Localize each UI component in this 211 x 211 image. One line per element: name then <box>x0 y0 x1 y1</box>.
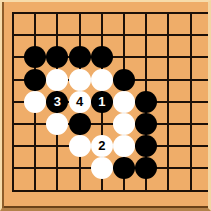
stone-white-c6-r6 <box>113 113 135 135</box>
stone-black-c2-r4 <box>24 69 46 91</box>
stone-white-c6-r7 <box>113 135 135 157</box>
stone-black-c3-r3 <box>46 46 68 68</box>
go-diagram: 3412 <box>0 0 211 211</box>
grid-line-h-6 <box>12 123 208 125</box>
grid-line-v-8 <box>167 12 169 192</box>
stone-white-move-4: 4 <box>69 91 91 113</box>
stone-black-move-1: 1 <box>91 91 113 113</box>
grid-line-h-9 <box>12 190 208 192</box>
stone-white-c4-r7 <box>69 135 91 157</box>
stone-black-c7-r5 <box>135 91 157 113</box>
stone-black-c7-r7 <box>135 135 157 157</box>
stone-black-c6-r8 <box>113 157 135 179</box>
stone-black-move-3: 3 <box>46 91 68 113</box>
stone-black-c7-r8 <box>135 157 157 179</box>
stone-white-c2-r5 <box>24 91 46 113</box>
stone-black-c6-r4 <box>113 69 135 91</box>
stone-black-c5-r3 <box>91 46 113 68</box>
stone-white-c6-r5 <box>113 91 135 113</box>
stone-white-c5-r4 <box>91 69 113 91</box>
stone-black-c4-r6 <box>69 113 91 135</box>
stone-white-c3-r6 <box>46 113 68 135</box>
grid-line-v-9 <box>190 12 192 192</box>
stone-white-move-2: 2 <box>91 135 113 157</box>
stone-white-c4-r4 <box>69 69 91 91</box>
grid-line-v-1 <box>12 12 14 192</box>
stone-white-c5-r8 <box>91 157 113 179</box>
stone-black-c4-r3 <box>69 46 91 68</box>
grid-line-h-1 <box>12 12 208 14</box>
grid-line-h-2 <box>12 34 208 36</box>
stone-black-c2-r3 <box>24 46 46 68</box>
stone-white-c3-r4 <box>46 69 68 91</box>
stone-black-c7-r6 <box>135 113 157 135</box>
